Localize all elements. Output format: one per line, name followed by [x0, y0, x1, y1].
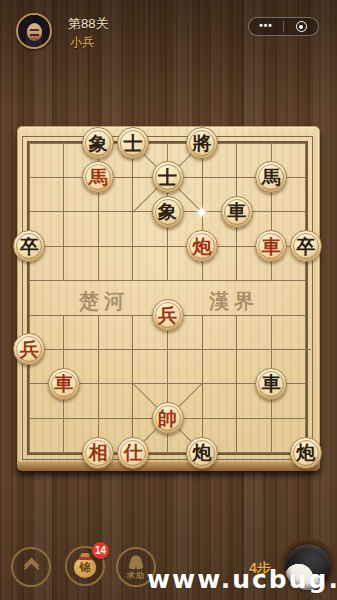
piece-black-advisor[interactable]: 士	[152, 161, 184, 193]
piece-black-elephant[interactable]: 象	[152, 196, 184, 228]
piece-red-advisor[interactable]: 仕	[117, 437, 149, 469]
point-mark	[58, 206, 69, 217]
point-mark	[231, 344, 242, 355]
hint-bag-button[interactable]: 锦 14	[65, 546, 105, 586]
app-screen: 第88关 小兵 ••• 楚河 漢界 ✦ 象士將馬士馬象車卒炮車卒兵兵車車帥相仕炮…	[0, 0, 337, 600]
point-mark	[231, 241, 242, 252]
river-label-chu: 楚河	[79, 288, 129, 315]
piece-black-cannon[interactable]: 炮	[290, 437, 322, 469]
piece-black-chariot[interactable]: 車	[255, 368, 287, 400]
money-bag-icon: 锦	[74, 558, 96, 578]
piece-black-advisor[interactable]: 士	[117, 127, 149, 159]
board-layer: 楚河 漢界 ✦ 象士將馬士馬象車卒炮車卒兵兵車車帥相仕炮炮	[0, 0, 337, 600]
piece-black-chariot[interactable]: 車	[221, 196, 253, 228]
help-label: 求助	[127, 570, 145, 581]
expand-button[interactable]	[11, 547, 51, 587]
piece-red-elephant[interactable]: 相	[82, 437, 114, 469]
piece-red-general[interactable]: 帥	[152, 402, 184, 434]
bag-label: 锦	[80, 560, 91, 575]
sparkle-icon: ✦	[195, 203, 208, 222]
badge-count: 14	[92, 542, 109, 559]
point-mark	[93, 241, 104, 252]
point-mark	[93, 344, 104, 355]
piece-black-cannon[interactable]: 炮	[186, 437, 218, 469]
piece-red-soldier[interactable]: 兵	[152, 299, 184, 331]
piece-black-soldier[interactable]: 卒	[290, 230, 322, 262]
point-mark	[162, 344, 173, 355]
point-mark	[266, 206, 277, 217]
point-mark	[300, 344, 311, 355]
praying-hands-icon	[129, 555, 143, 569]
piece-red-chariot[interactable]: 車	[48, 368, 80, 400]
piece-black-general[interactable]: 將	[186, 127, 218, 159]
point-mark	[162, 241, 173, 252]
watermark: www.ucbug.cc	[147, 565, 337, 594]
river-label-han: 漢界	[209, 288, 259, 315]
